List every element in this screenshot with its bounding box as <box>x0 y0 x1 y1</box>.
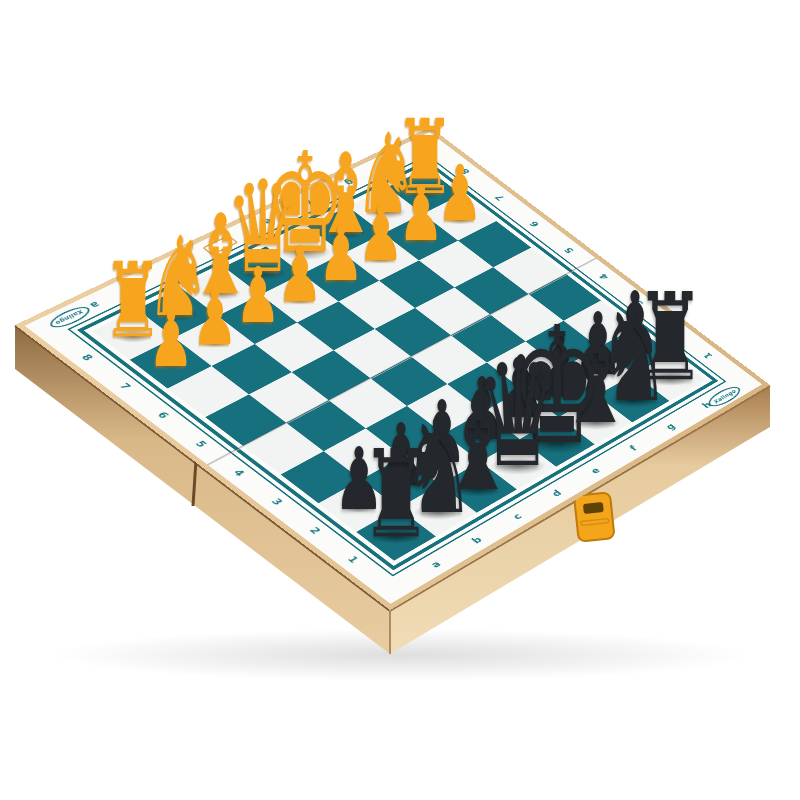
chess-set-photo: aa88bb77cc66dd55ee44ff33gg22hh11 Xalingo… <box>0 0 800 800</box>
box-latch <box>574 492 615 542</box>
